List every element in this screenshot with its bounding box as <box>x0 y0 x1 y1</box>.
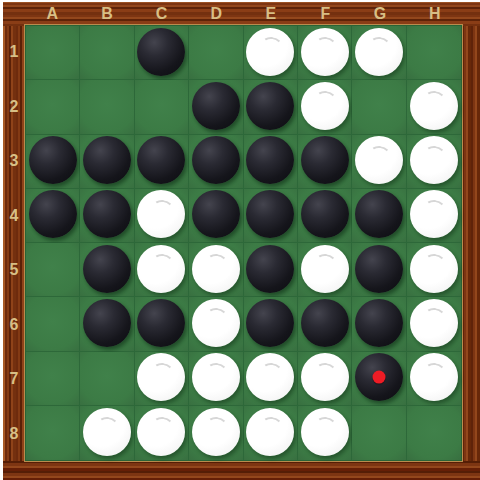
white-disc-E7 <box>246 353 294 401</box>
white-disc-C5 <box>137 245 185 293</box>
white-disc-C8 <box>137 408 185 456</box>
white-disc-D8 <box>192 408 240 456</box>
white-disc-F7 <box>301 353 349 401</box>
black-disc-C1 <box>137 28 185 76</box>
cell-E4[interactable] <box>244 189 298 243</box>
cell-H8[interactable] <box>407 406 461 460</box>
cell-C3[interactable] <box>135 135 189 189</box>
cell-B4[interactable] <box>80 189 134 243</box>
white-disc-H3 <box>410 136 458 184</box>
white-disc-D5 <box>192 245 240 293</box>
black-disc-G5 <box>355 245 403 293</box>
cell-C7[interactable] <box>135 352 189 406</box>
column-label-E: E <box>265 5 276 23</box>
black-disc-D3 <box>192 136 240 184</box>
row-label-1: 1 <box>10 43 19 61</box>
cell-F4[interactable] <box>298 189 352 243</box>
black-disc-F6 <box>301 299 349 347</box>
cell-B3[interactable] <box>80 135 134 189</box>
cell-B2[interactable] <box>80 80 134 134</box>
board-frame-bottom <box>3 461 480 480</box>
othello-board: ABCDEFGH 12345678 <box>3 2 480 480</box>
white-disc-B8 <box>83 408 131 456</box>
row-label-5: 5 <box>10 261 19 279</box>
cell-B5[interactable] <box>80 243 134 297</box>
cell-C6[interactable] <box>135 297 189 351</box>
cell-A4[interactable] <box>26 189 80 243</box>
white-disc-D7 <box>192 353 240 401</box>
cell-C4[interactable] <box>135 189 189 243</box>
column-label-A: A <box>47 5 59 23</box>
cell-E6[interactable] <box>244 297 298 351</box>
black-disc-G6 <box>355 299 403 347</box>
black-disc-A4 <box>29 190 77 238</box>
column-label-G: G <box>374 5 386 23</box>
cell-G7[interactable] <box>352 352 406 406</box>
white-disc-E8 <box>246 408 294 456</box>
white-disc-C4 <box>137 190 185 238</box>
row-label-4: 4 <box>10 207 19 225</box>
black-disc-B3 <box>83 136 131 184</box>
cell-D5[interactable] <box>189 243 243 297</box>
white-disc-H6 <box>410 299 458 347</box>
cell-H2[interactable] <box>407 80 461 134</box>
cell-H7[interactable] <box>407 352 461 406</box>
cell-F5[interactable] <box>298 243 352 297</box>
black-disc-B6 <box>83 299 131 347</box>
cell-E7[interactable] <box>244 352 298 406</box>
cell-F3[interactable] <box>298 135 352 189</box>
row-label-6: 6 <box>10 316 19 334</box>
cell-F2[interactable] <box>298 80 352 134</box>
cell-C8[interactable] <box>135 406 189 460</box>
black-disc-E4 <box>246 190 294 238</box>
cell-E3[interactable] <box>244 135 298 189</box>
board-frame-right <box>462 2 480 480</box>
white-disc-F2 <box>301 82 349 130</box>
row-label-8: 8 <box>10 425 19 443</box>
black-disc-B4 <box>83 190 131 238</box>
cell-H1[interactable] <box>407 26 461 80</box>
cell-G3[interactable] <box>352 135 406 189</box>
board-grid <box>25 25 462 461</box>
cell-D8[interactable] <box>189 406 243 460</box>
row-label-7: 7 <box>10 370 19 388</box>
column-label-C: C <box>156 5 168 23</box>
cell-G2[interactable] <box>352 80 406 134</box>
cell-D2[interactable] <box>189 80 243 134</box>
cell-B6[interactable] <box>80 297 134 351</box>
cell-F1[interactable] <box>298 26 352 80</box>
cell-D4[interactable] <box>189 189 243 243</box>
white-disc-H4 <box>410 190 458 238</box>
cell-D7[interactable] <box>189 352 243 406</box>
black-disc-F3 <box>301 136 349 184</box>
white-disc-H5 <box>410 245 458 293</box>
page-background: ABCDEFGH 12345678 <box>0 0 480 480</box>
cell-E1[interactable] <box>244 26 298 80</box>
black-disc-A3 <box>29 136 77 184</box>
black-disc-D2 <box>192 82 240 130</box>
cell-E5[interactable] <box>244 243 298 297</box>
white-disc-C7 <box>137 353 185 401</box>
cell-G6[interactable] <box>352 297 406 351</box>
cell-D6[interactable] <box>189 297 243 351</box>
black-disc-E3 <box>246 136 294 184</box>
white-disc-G1 <box>355 28 403 76</box>
cell-B7[interactable] <box>80 352 134 406</box>
cell-B8[interactable] <box>80 406 134 460</box>
row-label-3: 3 <box>10 152 19 170</box>
column-labels: ABCDEFGH <box>25 2 462 25</box>
black-disc-B5 <box>83 245 131 293</box>
black-disc-F4 <box>301 190 349 238</box>
black-disc-G4 <box>355 190 403 238</box>
white-disc-E1 <box>246 28 294 76</box>
cell-F8[interactable] <box>298 406 352 460</box>
cell-A7[interactable] <box>26 352 80 406</box>
cell-H5[interactable] <box>407 243 461 297</box>
cell-E2[interactable] <box>244 80 298 134</box>
white-disc-F1 <box>301 28 349 76</box>
cell-D1[interactable] <box>189 26 243 80</box>
cell-C1[interactable] <box>135 26 189 80</box>
column-label-D: D <box>210 5 222 23</box>
cell-C2[interactable] <box>135 80 189 134</box>
last-move-dot <box>372 371 385 384</box>
column-label-H: H <box>429 5 441 23</box>
column-label-F: F <box>321 5 331 23</box>
cell-A8[interactable] <box>26 406 80 460</box>
white-disc-F8 <box>301 408 349 456</box>
cell-A3[interactable] <box>26 135 80 189</box>
black-disc-E2 <box>246 82 294 130</box>
cell-A5[interactable] <box>26 243 80 297</box>
cell-H3[interactable] <box>407 135 461 189</box>
cell-F7[interactable] <box>298 352 352 406</box>
cell-H4[interactable] <box>407 189 461 243</box>
white-disc-F5 <box>301 245 349 293</box>
column-label-B: B <box>101 5 113 23</box>
white-disc-H7 <box>410 353 458 401</box>
black-disc-C3 <box>137 136 185 184</box>
cell-H6[interactable] <box>407 297 461 351</box>
cell-G5[interactable] <box>352 243 406 297</box>
cell-G1[interactable] <box>352 26 406 80</box>
cell-G4[interactable] <box>352 189 406 243</box>
black-disc-C6 <box>137 299 185 347</box>
white-disc-D6 <box>192 299 240 347</box>
cell-A2[interactable] <box>26 80 80 134</box>
cell-B1[interactable] <box>80 26 134 80</box>
cell-F6[interactable] <box>298 297 352 351</box>
black-disc-E6 <box>246 299 294 347</box>
row-label-2: 2 <box>10 98 19 116</box>
row-labels: 12345678 <box>3 25 25 461</box>
white-disc-G3 <box>355 136 403 184</box>
cell-D3[interactable] <box>189 135 243 189</box>
cell-A6[interactable] <box>26 297 80 351</box>
cell-G8[interactable] <box>352 406 406 460</box>
white-disc-H2 <box>410 82 458 130</box>
cell-C5[interactable] <box>135 243 189 297</box>
cell-E8[interactable] <box>244 406 298 460</box>
black-disc-G7 <box>355 353 403 401</box>
cell-A1[interactable] <box>26 26 80 80</box>
black-disc-D4 <box>192 190 240 238</box>
black-disc-E5 <box>246 245 294 293</box>
